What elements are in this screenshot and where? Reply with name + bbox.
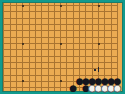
grid-line-horizontal xyxy=(3,56,118,57)
dot-mark xyxy=(94,69,96,71)
app-window-background: ●●●●●●●●●●●●●● xyxy=(0,0,125,94)
black-stone: ● xyxy=(69,83,77,92)
white-stone: ● xyxy=(114,83,122,92)
grid-line-vertical xyxy=(16,3,17,91)
grid-line-vertical xyxy=(54,3,55,91)
grid-line-vertical xyxy=(66,3,67,91)
grid-line-vertical xyxy=(3,3,4,91)
grid-line-vertical xyxy=(73,3,74,91)
grid-line-horizontal xyxy=(3,24,118,25)
grid-line-horizontal xyxy=(3,49,118,50)
grid-line-horizontal xyxy=(3,68,118,69)
star-point xyxy=(60,5,62,7)
star-point xyxy=(60,43,62,45)
grid-line-vertical xyxy=(29,3,30,91)
star-point xyxy=(98,43,100,45)
go-board[interactable]: ●●●●●●●●●●●●●● xyxy=(3,3,122,91)
grid-line-vertical xyxy=(41,3,42,91)
grid-line-vertical xyxy=(35,3,36,91)
grid-line-vertical xyxy=(10,3,11,91)
star-point xyxy=(22,5,24,7)
bar-mark xyxy=(98,67,100,73)
grid-line-horizontal xyxy=(3,37,118,38)
grid-line-vertical xyxy=(60,3,61,91)
grid-line-vertical xyxy=(22,3,23,91)
star-point xyxy=(98,5,100,7)
grid-line-horizontal xyxy=(3,30,118,31)
star-point xyxy=(22,43,24,45)
grid-line-horizontal xyxy=(3,11,118,12)
grid-line-horizontal xyxy=(3,18,118,19)
grid-line-horizontal xyxy=(3,62,118,63)
grid-line-vertical xyxy=(48,3,49,91)
